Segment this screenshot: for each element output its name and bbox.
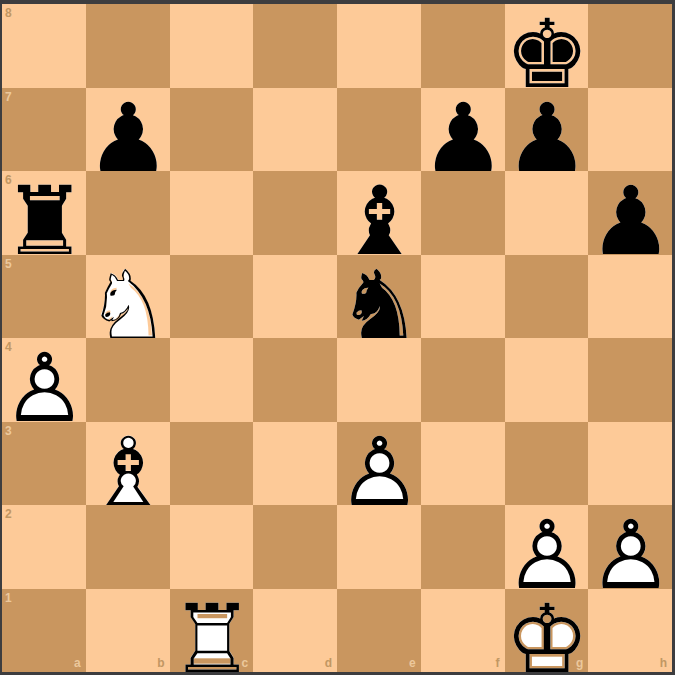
square-g3[interactable] bbox=[505, 422, 589, 506]
piece-fill-layer: ♜ bbox=[170, 592, 255, 675]
square-e8[interactable] bbox=[337, 4, 421, 88]
piece-black-bishop[interactable]: ♝♝ bbox=[337, 171, 421, 255]
file-label-f: f bbox=[496, 657, 500, 669]
square-g1[interactable]: g♚♔ bbox=[505, 589, 589, 673]
square-h2[interactable]: ♟♙ bbox=[588, 505, 672, 589]
square-c3[interactable] bbox=[170, 422, 254, 506]
piece-white-bishop[interactable]: ♝♗ bbox=[86, 422, 170, 506]
square-g6[interactable] bbox=[505, 171, 589, 255]
square-c2[interactable] bbox=[170, 505, 254, 589]
square-e1[interactable]: e bbox=[337, 589, 421, 673]
square-d6[interactable] bbox=[253, 171, 337, 255]
square-f8[interactable] bbox=[421, 4, 505, 88]
rank-label-5: 5 bbox=[5, 258, 12, 270]
square-e2[interactable] bbox=[337, 505, 421, 589]
file-label-e: e bbox=[409, 657, 416, 669]
square-f2[interactable] bbox=[421, 505, 505, 589]
file-label-a: a bbox=[74, 657, 81, 669]
square-b1[interactable]: b bbox=[86, 589, 170, 673]
square-b7[interactable]: ♟♟ bbox=[86, 88, 170, 172]
square-h5[interactable] bbox=[588, 255, 672, 339]
square-d3[interactable] bbox=[253, 422, 337, 506]
square-b3[interactable]: ♝♗ bbox=[86, 422, 170, 506]
piece-black-pawn[interactable]: ♟♟ bbox=[505, 88, 589, 172]
piece-black-pawn[interactable]: ♟♟ bbox=[86, 88, 170, 172]
square-f3[interactable] bbox=[421, 422, 505, 506]
rank-label-1: 1 bbox=[5, 592, 12, 604]
square-a2[interactable]: 2 bbox=[2, 505, 86, 589]
square-f1[interactable]: f bbox=[421, 589, 505, 673]
square-h3[interactable] bbox=[588, 422, 672, 506]
square-b5[interactable]: ♞♘ bbox=[86, 255, 170, 339]
rank-label-2: 2 bbox=[5, 508, 12, 520]
square-d4[interactable] bbox=[253, 338, 337, 422]
square-a1[interactable]: 1a bbox=[2, 589, 86, 673]
square-b2[interactable] bbox=[86, 505, 170, 589]
piece-white-rook[interactable]: ♜♖ bbox=[170, 589, 254, 673]
square-e3[interactable]: ♟♙ bbox=[337, 422, 421, 506]
square-f6[interactable] bbox=[421, 171, 505, 255]
square-a3[interactable]: 3 bbox=[2, 422, 86, 506]
piece-black-pawn[interactable]: ♟♟ bbox=[588, 171, 672, 255]
square-a7[interactable]: 7 bbox=[2, 88, 86, 172]
square-g2[interactable]: ♟♙ bbox=[505, 505, 589, 589]
piece-fill-layer: ♚ bbox=[505, 592, 590, 675]
square-h1[interactable]: h bbox=[588, 589, 672, 673]
square-d1[interactable]: d bbox=[253, 589, 337, 673]
file-label-d: d bbox=[325, 657, 332, 669]
square-d2[interactable] bbox=[253, 505, 337, 589]
square-d8[interactable] bbox=[253, 4, 337, 88]
square-f5[interactable] bbox=[421, 255, 505, 339]
square-g8[interactable]: ♚♚ bbox=[505, 4, 589, 88]
piece-black-pawn[interactable]: ♟♟ bbox=[421, 88, 505, 172]
square-c7[interactable] bbox=[170, 88, 254, 172]
square-d7[interactable] bbox=[253, 88, 337, 172]
chess-board: 8♚♚7♟♟♟♟♟♟6♜♜♝♝♟♟5♞♘♞♞4♟♙3♝♗♟♙2♟♙♟♙1abc♜… bbox=[2, 4, 672, 672]
square-c5[interactable] bbox=[170, 255, 254, 339]
piece-white-pawn[interactable]: ♟♙ bbox=[337, 422, 421, 506]
square-c8[interactable] bbox=[170, 4, 254, 88]
square-d5[interactable] bbox=[253, 255, 337, 339]
piece-white-pawn[interactable]: ♟♙ bbox=[2, 338, 86, 422]
square-a5[interactable]: 5 bbox=[2, 255, 86, 339]
rank-label-7: 7 bbox=[5, 91, 12, 103]
piece-black-knight[interactable]: ♞♞ bbox=[337, 255, 421, 339]
piece-white-king[interactable]: ♚♔ bbox=[505, 589, 589, 673]
square-a4[interactable]: 4♟♙ bbox=[2, 338, 86, 422]
piece-black-rook[interactable]: ♜♜ bbox=[2, 171, 86, 255]
square-e5[interactable]: ♞♞ bbox=[337, 255, 421, 339]
file-label-b: b bbox=[157, 657, 164, 669]
square-c6[interactable] bbox=[170, 171, 254, 255]
square-f4[interactable] bbox=[421, 338, 505, 422]
piece-white-pawn[interactable]: ♟♙ bbox=[588, 505, 672, 589]
square-c1[interactable]: c♜♖ bbox=[170, 589, 254, 673]
piece-detail-layer: ♔ bbox=[505, 592, 590, 675]
square-h4[interactable] bbox=[588, 338, 672, 422]
square-h6[interactable]: ♟♟ bbox=[588, 171, 672, 255]
square-g7[interactable]: ♟♟ bbox=[505, 88, 589, 172]
square-h7[interactable] bbox=[588, 88, 672, 172]
file-label-h: h bbox=[660, 657, 667, 669]
chess-board-frame: 8♚♚7♟♟♟♟♟♟6♜♜♝♝♟♟5♞♘♞♞4♟♙3♝♗♟♙2♟♙♟♙1abc♜… bbox=[0, 0, 675, 675]
square-a6[interactable]: 6♜♜ bbox=[2, 171, 86, 255]
square-a8[interactable]: 8 bbox=[2, 4, 86, 88]
square-b4[interactable] bbox=[86, 338, 170, 422]
square-g4[interactable] bbox=[505, 338, 589, 422]
rank-label-3: 3 bbox=[5, 425, 12, 437]
square-h8[interactable] bbox=[588, 4, 672, 88]
square-c4[interactable] bbox=[170, 338, 254, 422]
rank-label-8: 8 bbox=[5, 7, 12, 19]
square-f7[interactable]: ♟♟ bbox=[421, 88, 505, 172]
square-e4[interactable] bbox=[337, 338, 421, 422]
piece-black-king[interactable]: ♚♚ bbox=[505, 4, 589, 88]
square-b8[interactable] bbox=[86, 4, 170, 88]
square-e6[interactable]: ♝♝ bbox=[337, 171, 421, 255]
square-g5[interactable] bbox=[505, 255, 589, 339]
square-e7[interactable] bbox=[337, 88, 421, 172]
square-b6[interactable] bbox=[86, 171, 170, 255]
piece-white-pawn[interactable]: ♟♙ bbox=[505, 505, 589, 589]
piece-white-knight[interactable]: ♞♘ bbox=[86, 255, 170, 339]
piece-detail-layer: ♖ bbox=[170, 592, 255, 675]
